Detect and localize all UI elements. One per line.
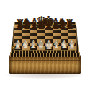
piece-black-pawn[interactable]: ♟ <box>65 23 75 31</box>
piece-white-rook[interactable]: ♜ <box>67 42 77 51</box>
box-lid-seam <box>10 60 80 61</box>
chess-set-photo: ♜♞♝♛♚♝♞♜♟♟♟♟♟♟♟♟♟♟♟♟♟♟♟♟♜♞♝♛♚♝♞♜ <box>0 0 90 90</box>
wooden-box-front <box>9 55 81 74</box>
